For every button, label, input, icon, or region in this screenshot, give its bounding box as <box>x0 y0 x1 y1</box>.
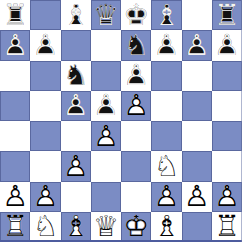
square-f7[interactable]: ♟♙ <box>151 30 181 60</box>
square-b1[interactable]: ♞♘ <box>30 212 60 242</box>
piece-black-queen: ♛♕ <box>91 0 121 30</box>
piece-white-pawn: ♟♙ <box>151 182 181 212</box>
piece-black-rook: ♜♖ <box>0 0 30 30</box>
piece-black-pawn: ♟♙ <box>91 91 121 121</box>
square-f1[interactable]: ♝♗ <box>151 212 181 242</box>
square-b7[interactable]: ♟♙ <box>30 30 60 60</box>
square-d7[interactable] <box>91 30 121 60</box>
square-e6[interactable]: ♟♙ <box>121 61 151 91</box>
piece-black-pawn: ♟♙ <box>121 61 151 91</box>
square-c8[interactable]: ♝♗ <box>61 0 91 30</box>
square-d3[interactable] <box>91 151 121 181</box>
square-b2[interactable]: ♟♙ <box>30 182 60 212</box>
square-a4[interactable] <box>0 121 30 151</box>
piece-black-pawn: ♟♙ <box>30 30 60 60</box>
square-g3[interactable] <box>182 151 212 181</box>
square-g5[interactable] <box>182 91 212 121</box>
square-b3[interactable] <box>30 151 60 181</box>
piece-black-pawn: ♟♙ <box>61 91 91 121</box>
square-e8[interactable]: ♚♔ <box>121 0 151 30</box>
piece-black-rook: ♜♖ <box>212 0 242 30</box>
piece-black-bishop: ♝♗ <box>151 0 181 30</box>
square-a7[interactable]: ♟♙ <box>0 30 30 60</box>
square-c5[interactable]: ♟♙ <box>61 91 91 121</box>
piece-white-pawn: ♟♙ <box>121 91 151 121</box>
square-c7[interactable] <box>61 30 91 60</box>
square-g2[interactable]: ♟♙ <box>182 182 212 212</box>
square-h1[interactable]: ♜♖ <box>212 212 242 242</box>
square-g1[interactable] <box>182 212 212 242</box>
piece-white-king: ♚♔ <box>121 212 151 242</box>
square-e7[interactable]: ♞♘ <box>121 30 151 60</box>
square-h7[interactable]: ♟♙ <box>212 30 242 60</box>
square-e3[interactable] <box>121 151 151 181</box>
piece-black-knight: ♞♘ <box>121 30 151 60</box>
square-a6[interactable] <box>0 61 30 91</box>
square-b8[interactable] <box>30 0 60 30</box>
square-e5[interactable]: ♟♙ <box>121 91 151 121</box>
square-f4[interactable] <box>151 121 181 151</box>
square-e1[interactable]: ♚♔ <box>121 212 151 242</box>
square-a5[interactable] <box>0 91 30 121</box>
piece-white-pawn: ♟♙ <box>61 151 91 181</box>
square-f3[interactable]: ♞♘ <box>151 151 181 181</box>
square-c3[interactable]: ♟♙ <box>61 151 91 181</box>
square-c4[interactable] <box>61 121 91 151</box>
piece-white-queen: ♛♕ <box>91 212 121 242</box>
piece-white-rook: ♜♖ <box>0 212 30 242</box>
square-c2[interactable] <box>61 182 91 212</box>
square-d8[interactable]: ♛♕ <box>91 0 121 30</box>
piece-black-pawn: ♟♙ <box>182 30 212 60</box>
piece-white-bishop: ♝♗ <box>61 212 91 242</box>
square-g7[interactable]: ♟♙ <box>182 30 212 60</box>
piece-white-pawn: ♟♙ <box>91 121 121 151</box>
piece-white-pawn: ♟♙ <box>0 182 30 212</box>
square-c1[interactable]: ♝♗ <box>61 212 91 242</box>
piece-black-pawn: ♟♙ <box>151 30 181 60</box>
square-a2[interactable]: ♟♙ <box>0 182 30 212</box>
square-a1[interactable]: ♜♖ <box>0 212 30 242</box>
square-a3[interactable] <box>0 151 30 181</box>
square-e4[interactable] <box>121 121 151 151</box>
square-e2[interactable] <box>121 182 151 212</box>
square-g6[interactable] <box>182 61 212 91</box>
square-g4[interactable] <box>182 121 212 151</box>
square-g8[interactable] <box>182 0 212 30</box>
square-b4[interactable] <box>30 121 60 151</box>
piece-black-pawn: ♟♙ <box>212 30 242 60</box>
piece-black-king: ♚♔ <box>121 0 151 30</box>
square-h3[interactable] <box>212 151 242 181</box>
square-h5[interactable] <box>212 91 242 121</box>
square-h4[interactable] <box>212 121 242 151</box>
square-d5[interactable]: ♟♙ <box>91 91 121 121</box>
square-h2[interactable]: ♟♙ <box>212 182 242 212</box>
piece-white-pawn: ♟♙ <box>182 182 212 212</box>
square-b5[interactable] <box>30 91 60 121</box>
square-d1[interactable]: ♛♕ <box>91 212 121 242</box>
piece-white-rook: ♜♖ <box>212 212 242 242</box>
square-f5[interactable] <box>151 91 181 121</box>
square-d6[interactable] <box>91 61 121 91</box>
piece-white-knight: ♞♘ <box>151 151 181 181</box>
piece-black-bishop: ♝♗ <box>61 0 91 30</box>
piece-black-pawn: ♟♙ <box>0 30 30 60</box>
square-b6[interactable] <box>30 61 60 91</box>
piece-black-knight: ♞♘ <box>61 61 91 91</box>
square-f6[interactable] <box>151 61 181 91</box>
piece-white-pawn: ♟♙ <box>212 182 242 212</box>
square-f2[interactable]: ♟♙ <box>151 182 181 212</box>
square-h6[interactable] <box>212 61 242 91</box>
square-c6[interactable]: ♞♘ <box>61 61 91 91</box>
square-h8[interactable]: ♜♖ <box>212 0 242 30</box>
piece-white-pawn: ♟♙ <box>30 182 60 212</box>
square-d4[interactable]: ♟♙ <box>91 121 121 151</box>
piece-white-bishop: ♝♗ <box>151 212 181 242</box>
square-f8[interactable]: ♝♗ <box>151 0 181 30</box>
piece-white-knight: ♞♘ <box>30 212 60 242</box>
chess-board: ♜♖♝♗♛♕♚♔♝♗♜♖♟♙♟♙♞♘♟♙♟♙♟♙♞♘♟♙♟♙♟♙♟♙♟♙♟♙♞♘… <box>0 0 242 242</box>
square-a8[interactable]: ♜♖ <box>0 0 30 30</box>
square-d2[interactable] <box>91 182 121 212</box>
